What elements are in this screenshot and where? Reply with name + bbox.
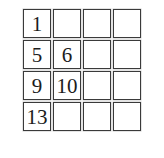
grid-cell-r3c4[interactable] (113, 71, 141, 100)
grid-cell-r2c2[interactable]: 6 (53, 40, 81, 69)
grid-cell-r2c4[interactable] (113, 40, 141, 69)
worksheet-page: 15691013 (0, 0, 164, 158)
grid-cell-r1c2[interactable] (53, 9, 81, 38)
puzzle-grid: 15691013 (23, 9, 141, 131)
grid-cell-r1c4[interactable] (113, 9, 141, 38)
grid-cell-r4c3[interactable] (83, 102, 111, 131)
grid-cell-r2c1[interactable]: 5 (23, 40, 51, 69)
grid-cell-r3c2[interactable]: 10 (53, 71, 81, 100)
grid-cell-r4c2[interactable] (53, 102, 81, 131)
grid-cell-r4c4[interactable] (113, 102, 141, 131)
grid-cell-r1c3[interactable] (83, 9, 111, 38)
grid-cell-r1c1[interactable]: 1 (23, 9, 51, 38)
grid-cell-r3c1[interactable]: 9 (23, 71, 51, 100)
grid-cell-r4c1[interactable]: 13 (23, 102, 51, 131)
grid-cell-r3c3[interactable] (83, 71, 111, 100)
grid-cell-r2c3[interactable] (83, 40, 111, 69)
